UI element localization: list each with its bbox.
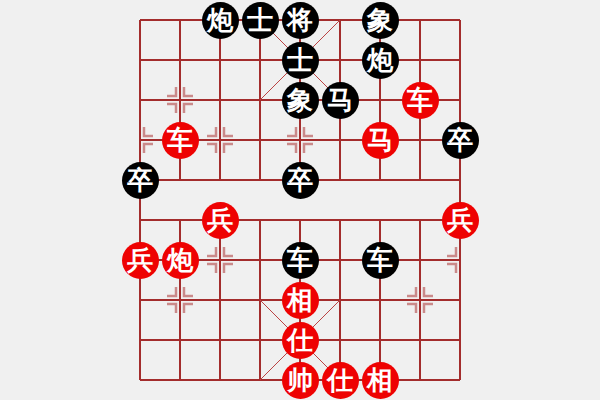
board-point-6-2 [360,80,400,120]
board-point-4-0: 将 [280,0,320,40]
board-point-1-9 [160,360,200,400]
board-point-1-8 [160,320,200,360]
piece-red-advisor[interactable]: 仕 [322,362,359,399]
board-point-8-7 [440,280,480,320]
board-point-0-8 [120,320,160,360]
board-point-2-0: 炮 [200,0,240,40]
board-point-0-1 [120,40,160,80]
piece-black-pawn[interactable]: 卒 [442,122,479,159]
board-point-0-6: 兵 [120,240,160,280]
piece-red-chariot[interactable]: 车 [162,122,199,159]
board-point-0-4: 卒 [120,160,160,200]
board-point-3-4 [240,160,280,200]
xiangqi-board: 炮士将象士炮象马车车马卒卒卒兵兵兵炮车车相仕帅仕相 [0,0,600,400]
board-point-2-4 [200,160,240,200]
board-point-3-2 [240,80,280,120]
board-point-6-5 [360,200,400,240]
board-point-1-2 [160,80,200,120]
board-point-1-4 [160,160,200,200]
board-point-6-8 [360,320,400,360]
board-point-5-5 [320,200,360,240]
piece-black-elephant[interactable]: 象 [282,82,319,119]
board-point-6-6: 车 [360,240,400,280]
board-point-5-9: 仕 [320,360,360,400]
piece-red-pawn[interactable]: 兵 [122,242,159,279]
board-point-1-5 [160,200,200,240]
board-point-8-1 [440,40,480,80]
board-point-6-0: 象 [360,0,400,40]
board-point-4-8: 仕 [280,320,320,360]
board-point-7-5 [400,200,440,240]
board-point-4-3 [280,120,320,160]
board-point-6-7 [360,280,400,320]
board-point-3-7 [240,280,280,320]
board-point-3-8 [240,320,280,360]
board-point-3-5 [240,200,280,240]
piece-black-pawn[interactable]: 卒 [122,162,159,199]
piece-black-elephant[interactable]: 象 [362,2,399,39]
board-point-0-5 [120,200,160,240]
board-point-8-9 [440,360,480,400]
piece-red-advisor[interactable]: 仕 [282,322,319,359]
board-point-7-3 [400,120,440,160]
board-point-1-1 [160,40,200,80]
piece-red-elephant[interactable]: 相 [362,362,399,399]
board-point-7-7 [400,280,440,320]
board-point-4-4: 卒 [280,160,320,200]
board-point-1-7 [160,280,200,320]
board-point-7-9 [400,360,440,400]
board-point-0-2 [120,80,160,120]
board-point-4-1: 士 [280,40,320,80]
board-point-5-4 [320,160,360,200]
piece-black-chariot[interactable]: 车 [282,242,319,279]
board-point-0-3 [120,120,160,160]
piece-black-pawn[interactable]: 卒 [282,162,319,199]
piece-black-horse[interactable]: 马 [322,82,359,119]
board-point-5-2: 马 [320,80,360,120]
piece-black-cannon[interactable]: 炮 [362,42,399,79]
board-point-0-7 [120,280,160,320]
board-point-8-4 [440,160,480,200]
board-point-0-0 [120,0,160,40]
board-point-4-2: 象 [280,80,320,120]
board-point-2-9 [200,360,240,400]
piece-red-horse[interactable]: 马 [362,122,399,159]
board-point-8-5: 兵 [440,200,480,240]
board-point-8-6 [440,240,480,280]
board-point-5-7 [320,280,360,320]
board-point-2-3 [200,120,240,160]
board-point-7-2: 车 [400,80,440,120]
board-point-2-5: 兵 [200,200,240,240]
board-point-4-6: 车 [280,240,320,280]
board-point-7-4 [400,160,440,200]
board-point-3-9 [240,360,280,400]
board-point-7-8 [400,320,440,360]
board-point-4-7: 相 [280,280,320,320]
board-point-8-3: 卒 [440,120,480,160]
board-point-5-8 [320,320,360,360]
board-point-7-0 [400,0,440,40]
board-point-6-9: 相 [360,360,400,400]
board-point-5-3 [320,120,360,160]
piece-black-advisor[interactable]: 士 [282,42,319,79]
board-point-1-0 [160,0,200,40]
board-point-2-6 [200,240,240,280]
board-point-7-6 [400,240,440,280]
board-point-2-7 [200,280,240,320]
piece-red-general[interactable]: 帅 [282,362,319,399]
board-point-1-3: 车 [160,120,200,160]
board-point-5-0 [320,0,360,40]
board-point-6-4 [360,160,400,200]
piece-black-advisor[interactable]: 士 [242,2,279,39]
piece-red-cannon[interactable]: 炮 [162,242,199,279]
board-point-3-0: 士 [240,0,280,40]
piece-black-general[interactable]: 将 [282,2,319,39]
piece-grid: 炮士将象士炮象马车车马卒卒卒兵兵兵炮车车相仕帅仕相 [120,0,480,400]
board-point-8-8 [440,320,480,360]
board-point-8-2 [440,80,480,120]
board-point-0-9 [120,360,160,400]
board-point-7-1 [400,40,440,80]
board-point-4-9: 帅 [280,360,320,400]
board-point-8-0 [440,0,480,40]
board-point-2-1 [200,40,240,80]
piece-black-chariot[interactable]: 车 [362,242,399,279]
board-point-5-1 [320,40,360,80]
board-point-6-1: 炮 [360,40,400,80]
piece-red-pawn[interactable]: 兵 [442,202,479,239]
board-point-3-1 [240,40,280,80]
board-point-6-3: 马 [360,120,400,160]
piece-black-cannon[interactable]: 炮 [202,2,239,39]
board-point-1-6: 炮 [160,240,200,280]
piece-red-pawn[interactable]: 兵 [202,202,239,239]
piece-red-elephant[interactable]: 相 [282,282,319,319]
board-point-2-2 [200,80,240,120]
board-point-5-6 [320,240,360,280]
board-point-2-8 [200,320,240,360]
piece-red-chariot[interactable]: 车 [402,82,439,119]
board-point-3-6 [240,240,280,280]
board-point-4-5 [280,200,320,240]
board-point-3-3 [240,120,280,160]
